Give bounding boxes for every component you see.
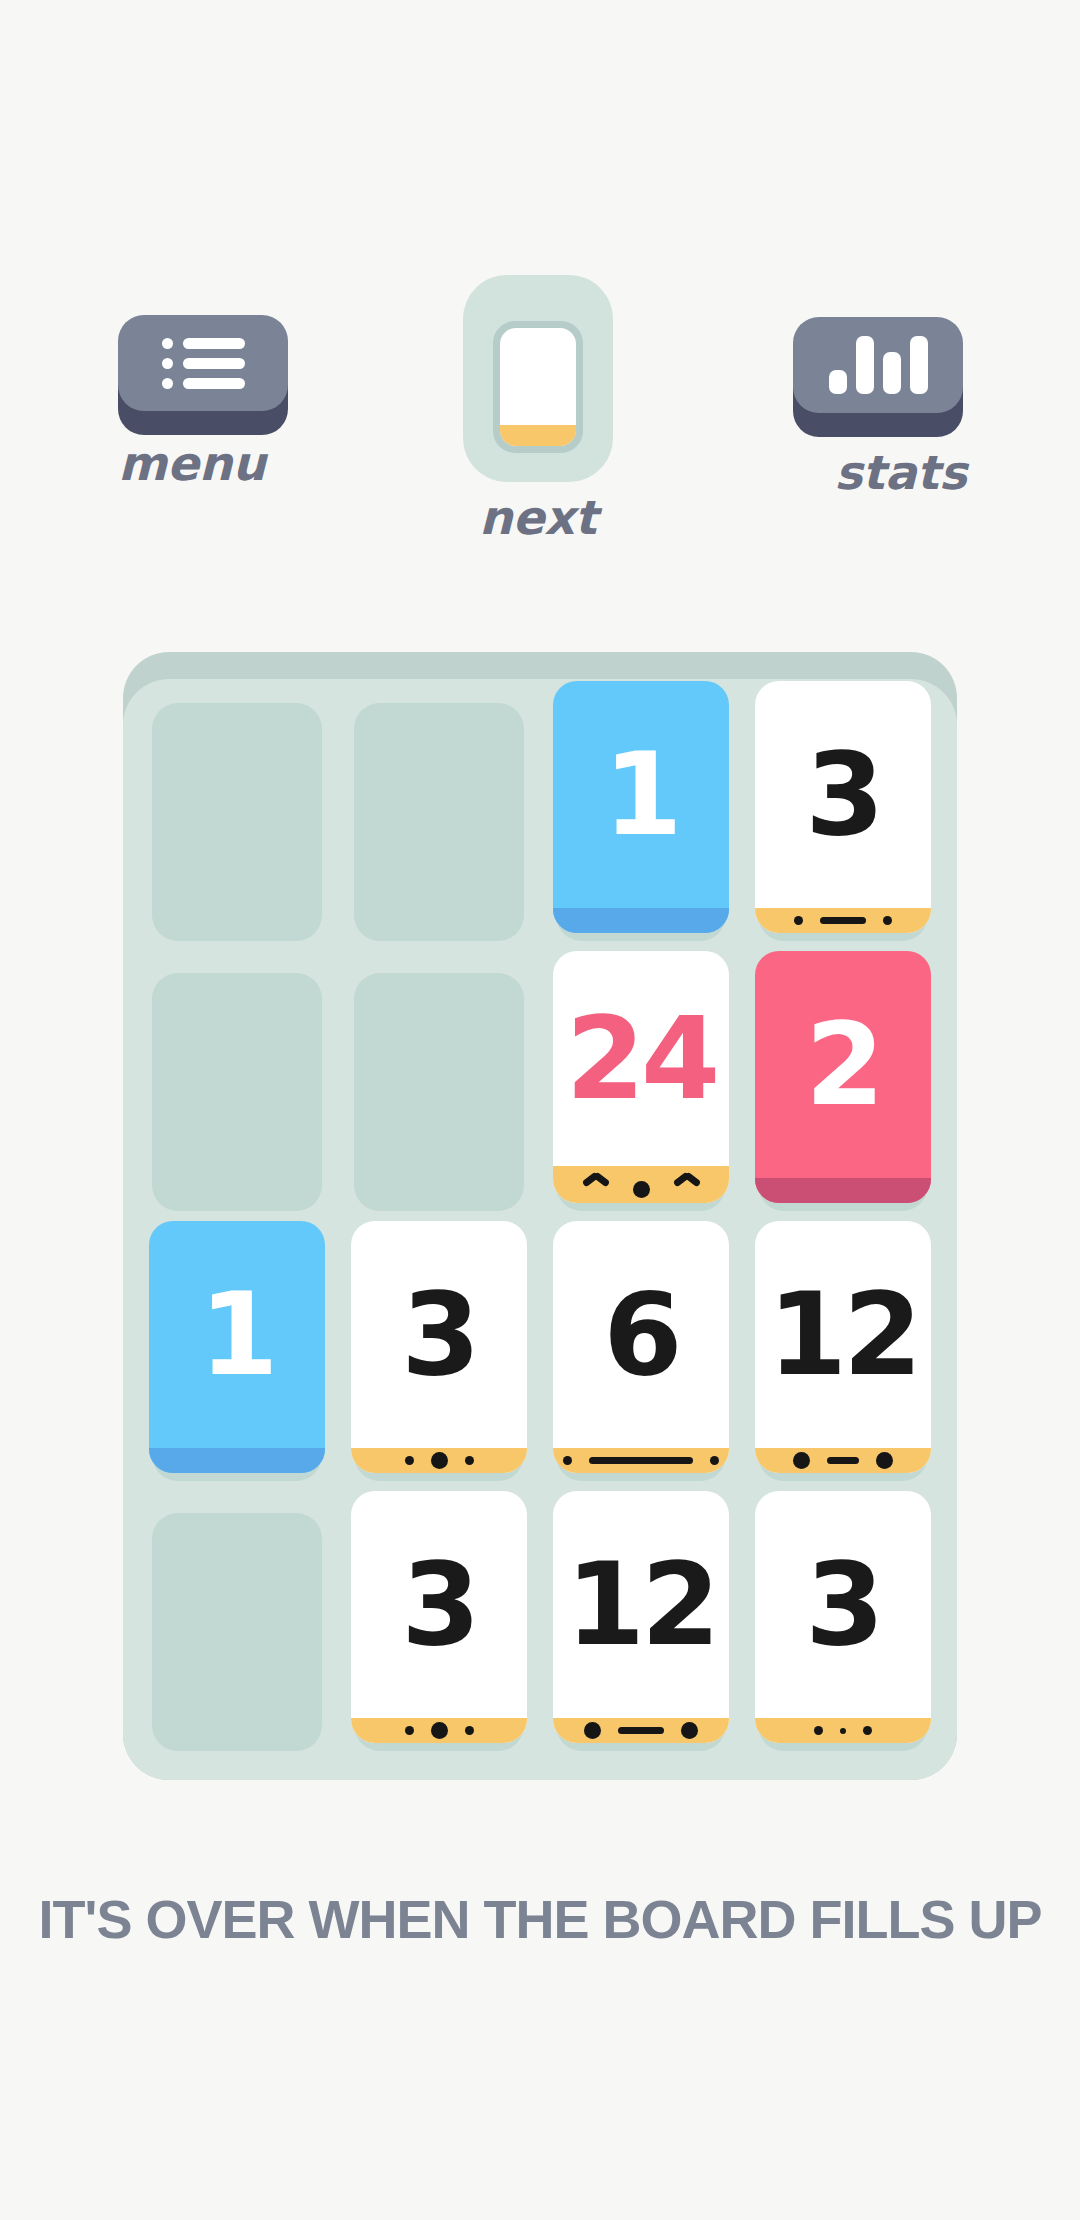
board-grid: 13242136123123 (136, 677, 944, 1757)
tile-bottom-strip (149, 1448, 325, 1473)
tile-1[interactable]: 1 (149, 1221, 325, 1473)
tile-value: 3 (755, 681, 931, 908)
menu-icon-dot (162, 358, 173, 369)
stats-icon-bar (829, 370, 847, 394)
board-cell: 1 (136, 1217, 338, 1487)
tile-face-dot-b (793, 1452, 810, 1469)
next-card-preview (463, 275, 613, 482)
tile-bottom-strip (755, 1718, 931, 1743)
tile-bottom-strip (755, 1448, 931, 1473)
tile-2[interactable]: 2 (755, 951, 931, 1203)
tile-value: 6 (553, 1221, 729, 1448)
tile-face-dot-s (405, 1456, 414, 1465)
stats-bars-icon (829, 336, 928, 394)
tile-face-dot-s (814, 1726, 823, 1735)
tile-value: 12 (553, 1491, 729, 1718)
empty-cell (338, 947, 540, 1217)
tile-face-dash-s (827, 1457, 859, 1464)
menu-icon-bar (183, 358, 245, 369)
stats-label: stats (733, 447, 967, 499)
menu-icon-row (162, 378, 245, 389)
tile-bottom-strip (351, 1718, 527, 1743)
stats-icon-bar (856, 336, 874, 394)
tile-value: 2 (755, 951, 931, 1178)
menu-icon-dot (162, 338, 173, 349)
tile-face-dot-s (465, 1726, 474, 1735)
board-cell: 24 (540, 947, 742, 1217)
tile-face-dot-b (681, 1722, 698, 1739)
tile-value: 3 (755, 1491, 931, 1718)
next-label: next (438, 492, 638, 544)
menu-icon-bar (183, 378, 245, 389)
tile-bottom-strip (553, 1718, 729, 1743)
tile-face-dash-m (820, 917, 866, 924)
tile-bottom-strip (553, 1448, 729, 1473)
cell-slot (354, 973, 524, 1211)
board-cell: 12 (742, 1217, 944, 1487)
tile-bottom-strip (553, 1166, 729, 1203)
next-card (500, 328, 576, 446)
tile-face-dash-l (589, 1457, 693, 1464)
tile-3[interactable]: 3 (351, 1491, 527, 1743)
next-card-bottom-strip (500, 425, 576, 446)
caption: IT'S OVER WHEN THE BOARD FILLS UP (0, 1888, 1080, 1950)
tile-value: 1 (553, 681, 729, 908)
cell-slot (152, 973, 322, 1211)
tile-3[interactable]: 3 (755, 1491, 931, 1743)
board-cell: 3 (338, 1487, 540, 1757)
tile-1[interactable]: 1 (553, 681, 729, 933)
tile-face-dash-m (618, 1727, 664, 1734)
tile-face-dot-b (431, 1452, 448, 1469)
tile-face-dot-b (633, 1181, 650, 1198)
cell-slot (152, 1513, 322, 1751)
menu-icon-row (162, 338, 245, 349)
tile-face-dot-xs (840, 1728, 846, 1734)
tile-value: 1 (149, 1221, 325, 1448)
tile-value: 12 (755, 1221, 931, 1448)
tile-face-dot-s (794, 916, 803, 925)
tile-24[interactable]: 24 (553, 951, 729, 1203)
board-cell: 3 (338, 1217, 540, 1487)
tile-face-dot-s (563, 1456, 572, 1465)
cell-slot (152, 703, 322, 941)
board-cell: 1 (540, 677, 742, 947)
tile-face-caret (674, 1172, 700, 1188)
tile-3[interactable]: 3 (755, 681, 931, 933)
tile-face-dot-s (863, 1726, 872, 1735)
tile-3[interactable]: 3 (351, 1221, 527, 1473)
board-cell: 3 (742, 1487, 944, 1757)
tile-face-dot-b (431, 1722, 448, 1739)
stats-icon-bar (910, 336, 928, 394)
tile-face-dot-s (465, 1456, 474, 1465)
tile-face-dot-s (883, 916, 892, 925)
tile-bottom-strip (755, 908, 931, 933)
cell-slot (354, 703, 524, 941)
tile-bottom-strip (553, 908, 729, 933)
tile-6[interactable]: 6 (553, 1221, 729, 1473)
stats-icon-bar (883, 352, 901, 394)
empty-cell (136, 947, 338, 1217)
menu-icon-bar (183, 338, 245, 349)
tile-face-dot-s (710, 1456, 719, 1465)
tile-12[interactable]: 12 (553, 1491, 729, 1743)
tile-face-dot-b (876, 1452, 893, 1469)
tile-value: 3 (351, 1491, 527, 1718)
menu-list-icon (162, 338, 245, 389)
stats-button[interactable] (793, 317, 963, 413)
tile-face-dot-b (584, 1722, 601, 1739)
tile-value: 3 (351, 1221, 527, 1448)
board-cell: 2 (742, 947, 944, 1217)
game-board[interactable]: 13242136123123 (123, 652, 957, 1780)
empty-cell (338, 677, 540, 947)
board-cell: 12 (540, 1487, 742, 1757)
menu-button[interactable] (118, 315, 288, 411)
tile-value: 24 (553, 951, 729, 1166)
empty-cell (136, 677, 338, 947)
empty-cell (136, 1487, 338, 1757)
tile-12[interactable]: 12 (755, 1221, 931, 1473)
next-card-ring (493, 321, 583, 453)
tile-bottom-strip (755, 1178, 931, 1203)
menu-icon-dot (162, 378, 173, 389)
menu-label: menu (118, 438, 318, 490)
menu-icon-row (162, 358, 245, 369)
tile-face-caret (583, 1172, 609, 1188)
tile-face-dot-s (405, 1726, 414, 1735)
tile-bottom-strip (351, 1448, 527, 1473)
board-cell: 3 (742, 677, 944, 947)
board-cell: 6 (540, 1217, 742, 1487)
